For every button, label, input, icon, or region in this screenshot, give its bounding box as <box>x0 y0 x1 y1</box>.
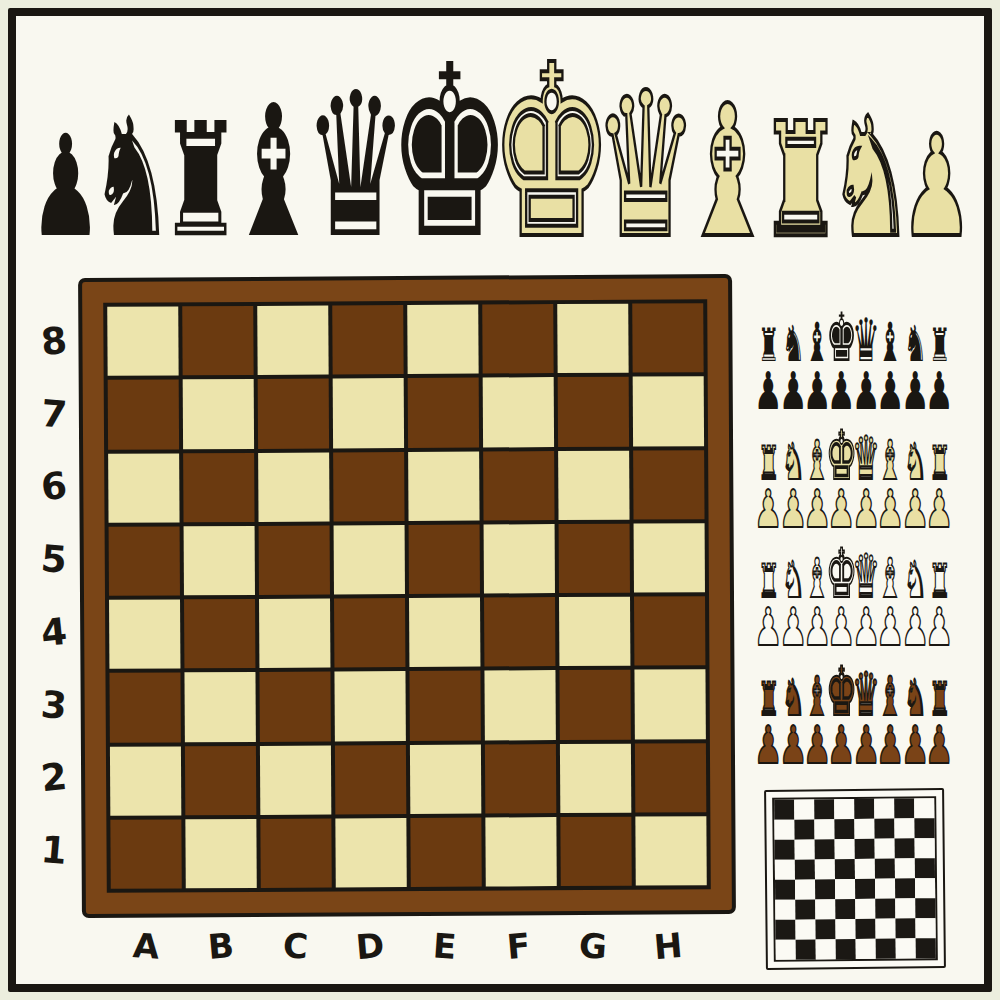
brown-set-back-row: ♜♞♝♚♛♝♞♜ <box>757 665 951 719</box>
file-label-e: E <box>431 928 457 964</box>
square-a8 <box>107 306 178 376</box>
mini-square <box>814 819 834 839</box>
square-h6 <box>633 450 704 520</box>
square-e8 <box>407 305 478 375</box>
mini-square <box>854 819 874 839</box>
mini-square <box>895 878 915 898</box>
white-set-pawn-piece: ♟ <box>928 607 951 649</box>
rook-icon: ♜ <box>758 445 779 482</box>
mini-square <box>835 879 855 899</box>
mini-square <box>874 819 894 839</box>
white-set-pawn-piece: ♟ <box>781 607 804 649</box>
pawn-icon: ♟ <box>900 117 973 257</box>
square-g4 <box>559 597 630 667</box>
mini-square <box>895 918 915 938</box>
mini-square <box>835 839 855 859</box>
black-set-pawn-piece: ♟ <box>928 371 951 413</box>
square-h5 <box>634 523 705 593</box>
square-c8 <box>257 305 328 375</box>
mini-square <box>835 899 855 919</box>
black-set-pawn-piece: ♟ <box>904 371 927 413</box>
lineup-cream-king-piece: ♚ <box>502 34 602 272</box>
square-a1 <box>110 819 181 889</box>
brown-set-rook-piece: ♜ <box>928 681 951 718</box>
brown-set-pawn-piece: ♟ <box>855 725 878 767</box>
square-f4 <box>484 597 555 667</box>
mini-square <box>834 819 854 839</box>
mini-square <box>794 799 814 819</box>
square-a4 <box>109 599 180 669</box>
brown-set-pawn-row: ♟♟♟♟♟♟♟♟ <box>757 725 951 767</box>
square-f5 <box>484 524 555 594</box>
mini-square <box>834 799 854 819</box>
mini-square <box>815 919 835 939</box>
white-set-pawn-piece: ♟ <box>904 607 927 649</box>
mini-square <box>874 799 894 819</box>
brown-set-bishop-piece: ♝ <box>879 675 902 718</box>
mini-square <box>895 858 915 878</box>
file-label-a: A <box>132 928 161 964</box>
black-set-pawn-piece: ♟ <box>879 371 902 413</box>
square-g7 <box>558 377 629 447</box>
square-g6 <box>558 450 629 520</box>
black-set-pawn-row: ♟♟♟♟♟♟♟♟ <box>757 371 951 413</box>
white-set-pawn-piece: ♟ <box>830 607 853 649</box>
square-a7 <box>108 380 179 450</box>
mini-square <box>855 879 875 899</box>
mini-square <box>875 859 895 879</box>
mini-square <box>796 939 816 959</box>
mini-square <box>815 839 835 859</box>
rank-labels: 87654321 <box>34 305 74 887</box>
cream-set-bishop-piece: ♝ <box>879 439 902 482</box>
square-d1 <box>335 818 406 888</box>
white-set-queen-piece: ♛ <box>855 552 878 600</box>
brown-set-rook-piece: ♜ <box>757 681 780 718</box>
file-label-h: H <box>652 928 683 964</box>
square-c6 <box>258 452 329 522</box>
mini-square <box>894 818 914 838</box>
square-e7 <box>408 378 479 448</box>
mini-square <box>855 839 875 859</box>
square-h7 <box>633 376 704 446</box>
pawn-icon: ♟ <box>925 371 954 413</box>
drawing-canvas: ♟♞♜♝♛♚♚♛♝♜♞♟ 87654321 ABCDEFGH ♜♞♝♚♛♝♞♜♟… <box>8 8 992 992</box>
lineup-cream-queen-piece: ♛ <box>604 66 688 266</box>
square-c5 <box>259 525 330 595</box>
mini-square <box>795 899 815 919</box>
file-label-d: D <box>354 928 385 964</box>
cream-set-knight-piece: ♞ <box>781 442 804 482</box>
black-set-pawn-piece: ♟ <box>757 371 780 413</box>
square-e1 <box>410 817 481 887</box>
white-set-knight-piece: ♞ <box>904 560 927 600</box>
square-f1 <box>485 817 556 887</box>
cream-set-rook-piece: ♜ <box>757 445 780 482</box>
square-b3 <box>184 672 255 742</box>
white-set-rook-piece: ♜ <box>757 563 780 600</box>
square-f2 <box>485 744 556 814</box>
white-set-pawn-piece: ♟ <box>879 607 902 649</box>
mini-square <box>775 860 795 880</box>
mini-square <box>775 900 795 920</box>
mini-square <box>815 859 835 879</box>
square-e2 <box>410 744 481 814</box>
brown-set-pawn-piece: ♟ <box>806 725 829 767</box>
white-set-knight-piece: ♞ <box>781 560 804 600</box>
square-f7 <box>483 377 554 447</box>
mini-square <box>855 899 875 919</box>
rank-label-1: 1 <box>40 831 69 870</box>
file-labels: ABCDEFGH <box>109 924 705 968</box>
lineup-black-bishop-piece: ♝ <box>236 81 312 263</box>
rook-icon: ♜ <box>929 327 950 364</box>
mini-square <box>815 879 835 899</box>
black-set-pawn-piece: ♟ <box>855 371 878 413</box>
lineup-black-knight-piece: ♞ <box>97 96 166 261</box>
square-h1 <box>635 816 706 886</box>
square-e6 <box>408 451 479 521</box>
queen-icon: ♛ <box>852 670 880 718</box>
white-set-rook-piece: ♜ <box>928 563 951 600</box>
file-label-b: B <box>206 928 235 964</box>
square-d2 <box>335 745 406 815</box>
cream-set-king-piece: ♚ <box>830 429 853 483</box>
bishop-icon: ♝ <box>878 557 903 600</box>
bishop-icon: ♝ <box>878 321 903 364</box>
mini-square <box>816 939 836 959</box>
chess-board <box>82 278 732 914</box>
square-e5 <box>409 524 480 594</box>
cream-set-pawn-piece: ♟ <box>904 489 927 531</box>
mini-square <box>875 879 895 899</box>
file-label-c: C <box>282 928 309 964</box>
brown-set-pawn-piece: ♟ <box>757 725 780 767</box>
mini-square <box>856 939 876 959</box>
square-h8 <box>632 303 703 373</box>
cream-set-pawn-row: ♟♟♟♟♟♟♟♟ <box>757 489 951 531</box>
black-set-queen-piece: ♛ <box>855 316 878 364</box>
queen-icon: ♛ <box>852 552 880 600</box>
cream-set-knight-piece: ♞ <box>904 442 927 482</box>
knight-icon: ♞ <box>781 442 804 482</box>
square-c3 <box>259 672 330 742</box>
rook-icon: ♜ <box>929 681 950 718</box>
square-d8 <box>332 305 403 375</box>
mini-square <box>916 938 936 958</box>
mini-square <box>875 899 895 919</box>
knight-icon: ♞ <box>781 324 804 364</box>
square-a3 <box>109 673 180 743</box>
mini-square <box>875 919 895 939</box>
mini-square <box>895 898 915 918</box>
cream-set-pawn-piece: ♟ <box>879 489 902 531</box>
lineup-cream-bishop-piece: ♝ <box>690 81 766 263</box>
black-piece-set: ♜♞♝♚♛♝♞♜♟♟♟♟♟♟♟♟ <box>757 311 953 413</box>
cream-set-pawn-piece: ♟ <box>806 489 829 531</box>
rank-label-2: 2 <box>39 758 68 797</box>
square-e3 <box>409 671 480 741</box>
white-set-bishop-piece: ♝ <box>879 557 902 600</box>
illustration-page: ♟♞♜♝♛♚♚♛♝♜♞♟ 87654321 ABCDEFGH ♜♞♝♚♛♝♞♜♟… <box>0 0 1000 1000</box>
cream-set-rook-piece: ♜ <box>928 445 951 482</box>
rank-label-3: 3 <box>40 686 69 725</box>
white-set-pawn-piece: ♟ <box>855 607 878 649</box>
mini-square <box>915 878 935 898</box>
lineup-black-pawn-piece: ♟ <box>36 117 95 257</box>
knight-icon: ♞ <box>781 560 804 600</box>
square-d4 <box>334 598 405 668</box>
rook-icon: ♜ <box>758 327 779 364</box>
white-set-pawn-row: ♟♟♟♟♟♟♟♟ <box>757 607 951 649</box>
knight-icon: ♞ <box>903 560 926 600</box>
mini-square <box>855 919 875 939</box>
brown-set-knight-piece: ♞ <box>904 678 927 718</box>
mini-checkerboard-frame <box>764 788 946 970</box>
black-set-back-row: ♜♞♝♚♛♝♞♜ <box>757 311 951 365</box>
square-b8 <box>182 306 253 376</box>
mini-square <box>875 839 895 859</box>
lineup-black-queen-piece: ♛ <box>314 66 398 266</box>
brown-set-pawn-piece: ♟ <box>830 725 853 767</box>
mini-square <box>915 898 935 918</box>
rank-label-4: 4 <box>39 613 68 652</box>
brown-piece-set: ♜♞♝♚♛♝♞♜♟♟♟♟♟♟♟♟ <box>757 665 953 767</box>
cream-set-back-row: ♜♞♝♚♛♝♞♜ <box>757 429 951 483</box>
cream-set-pawn-piece: ♟ <box>781 489 804 531</box>
white-set-pawn-piece: ♟ <box>757 607 780 649</box>
mini-square <box>775 840 795 860</box>
square-d5 <box>334 525 405 595</box>
square-f3 <box>484 670 555 740</box>
black-set-knight-piece: ♞ <box>904 324 927 364</box>
mini-square <box>795 859 815 879</box>
lineup-black-rook-piece: ♜ <box>168 101 234 259</box>
mini-square <box>774 800 794 820</box>
square-g5 <box>559 523 630 593</box>
square-c4 <box>259 598 330 668</box>
mini-square <box>774 820 794 840</box>
white-set-back-row: ♜♞♝♚♛♝♞♜ <box>757 547 951 601</box>
mini-square <box>854 799 874 819</box>
square-g3 <box>559 670 630 740</box>
square-d6 <box>333 452 404 522</box>
knight-icon: ♞ <box>903 678 926 718</box>
mini-square <box>836 939 856 959</box>
brown-set-pawn-piece: ♟ <box>928 725 951 767</box>
cream-piece-set: ♜♞♝♚♛♝♞♜♟♟♟♟♟♟♟♟ <box>757 429 953 531</box>
lineup-cream-knight-piece: ♞ <box>836 96 905 261</box>
lineup-cream-pawn-piece: ♟ <box>907 117 966 257</box>
mini-square <box>795 839 815 859</box>
square-c1 <box>260 818 331 888</box>
square-f6 <box>483 451 554 521</box>
brown-set-pawn-piece: ♟ <box>879 725 902 767</box>
square-b1 <box>185 819 256 889</box>
rank-label-6: 6 <box>39 467 68 506</box>
square-b4 <box>184 599 255 669</box>
mini-square <box>776 940 796 960</box>
knight-icon: ♞ <box>781 678 804 718</box>
black-set-bishop-piece: ♝ <box>879 321 902 364</box>
rook-icon: ♜ <box>929 563 950 600</box>
square-b7 <box>183 379 254 449</box>
mini-square <box>894 798 914 818</box>
mini-square <box>855 859 875 879</box>
knight-icon: ♞ <box>903 442 926 482</box>
black-set-king-piece: ♚ <box>830 311 853 365</box>
brown-set-pawn-piece: ♟ <box>904 725 927 767</box>
square-f8 <box>482 304 553 374</box>
brown-set-pawn-piece: ♟ <box>781 725 804 767</box>
mini-square <box>895 838 915 858</box>
mini-piece-sets: ♜♞♝♚♛♝♞♜♟♟♟♟♟♟♟♟♜♞♝♚♛♝♞♜♟♟♟♟♟♟♟♟♜♞♝♚♛♝♞♜… <box>757 311 953 783</box>
bishop-icon: ♝ <box>878 675 903 718</box>
queen-icon: ♛ <box>852 434 880 482</box>
mini-square <box>795 879 815 899</box>
cream-set-pawn-piece: ♟ <box>855 489 878 531</box>
square-d3 <box>334 671 405 741</box>
pawn-icon: ♟ <box>925 607 954 649</box>
mini-square <box>835 919 855 939</box>
mini-square <box>915 838 935 858</box>
square-e4 <box>409 598 480 668</box>
square-h4 <box>634 596 705 666</box>
mini-square <box>914 818 934 838</box>
knight-icon: ♞ <box>903 324 926 364</box>
black-set-rook-piece: ♜ <box>928 327 951 364</box>
cream-set-pawn-piece: ♟ <box>757 489 780 531</box>
white-piece-set: ♜♞♝♚♛♝♞♜♟♟♟♟♟♟♟♟ <box>757 547 953 649</box>
mini-square <box>914 798 934 818</box>
mini-square <box>775 920 795 940</box>
black-set-pawn-piece: ♟ <box>806 371 829 413</box>
square-g2 <box>560 743 631 813</box>
mini-square <box>815 899 835 919</box>
white-set-king-piece: ♚ <box>830 547 853 601</box>
square-g1 <box>560 816 631 886</box>
mini-square <box>775 880 795 900</box>
bishop-icon: ♝ <box>878 439 903 482</box>
square-a2 <box>110 746 181 816</box>
rook-icon: ♜ <box>758 563 779 600</box>
square-b6 <box>183 452 254 522</box>
mini-square <box>814 799 834 819</box>
rank-label-8: 8 <box>39 322 68 361</box>
cream-set-queen-piece: ♛ <box>855 434 878 482</box>
white-set-pawn-piece: ♟ <box>806 607 829 649</box>
lineup-black-king-piece: ♚ <box>400 34 500 272</box>
mini-square <box>795 919 815 939</box>
black-set-rook-piece: ♜ <box>757 327 780 364</box>
mini-square <box>915 918 935 938</box>
mini-square <box>794 819 814 839</box>
square-d7 <box>333 378 404 448</box>
square-g8 <box>557 304 628 374</box>
black-set-pawn-piece: ♟ <box>781 371 804 413</box>
brown-set-knight-piece: ♞ <box>781 678 804 718</box>
square-h3 <box>634 669 705 739</box>
mini-square <box>915 858 935 878</box>
square-a6 <box>108 453 179 523</box>
mini-square <box>896 938 916 958</box>
black-set-knight-piece: ♞ <box>781 324 804 364</box>
rank-label-5: 5 <box>40 540 69 579</box>
cream-set-pawn-piece: ♟ <box>928 489 951 531</box>
file-label-f: F <box>506 928 532 964</box>
pawn-icon: ♟ <box>925 489 954 531</box>
rank-label-7: 7 <box>40 395 69 434</box>
black-set-pawn-piece: ♟ <box>830 371 853 413</box>
mini-square <box>835 859 855 879</box>
mini-square <box>876 939 896 959</box>
square-c7 <box>258 379 329 449</box>
file-label-g: G <box>578 928 608 964</box>
piece-lineup: ♟♞♜♝♛♚♚♛♝♜♞♟ <box>36 34 966 272</box>
square-h2 <box>635 743 706 813</box>
brown-set-king-piece: ♚ <box>830 665 853 719</box>
lineup-cream-rook-piece: ♜ <box>768 101 834 259</box>
square-b5 <box>184 526 255 596</box>
mini-checkerboard <box>772 796 938 962</box>
square-b2 <box>185 745 256 815</box>
pawn-icon: ♟ <box>925 725 954 767</box>
square-a5 <box>109 526 180 596</box>
queen-icon: ♛ <box>852 316 880 364</box>
cream-set-pawn-piece: ♟ <box>830 489 853 531</box>
rook-icon: ♜ <box>929 445 950 482</box>
main-board-frame <box>82 278 732 914</box>
brown-set-queen-piece: ♛ <box>855 670 878 718</box>
square-c2 <box>260 745 331 815</box>
rook-icon: ♜ <box>758 681 779 718</box>
